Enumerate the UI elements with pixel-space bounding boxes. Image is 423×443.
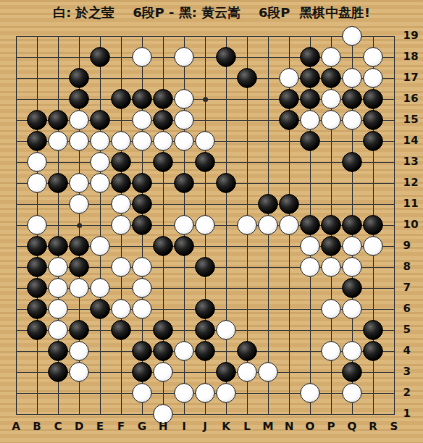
black-stone xyxy=(90,299,110,319)
white-stone xyxy=(258,362,278,382)
col-label-B: B xyxy=(27,420,47,433)
black-stone xyxy=(132,215,152,235)
black-stone xyxy=(27,257,47,277)
black-stone xyxy=(27,236,47,256)
white-stone xyxy=(342,26,362,46)
col-label-O: O xyxy=(300,420,320,433)
row-label-1: 1 xyxy=(399,407,421,420)
black-stone xyxy=(132,362,152,382)
white-stone xyxy=(342,68,362,88)
white-stone xyxy=(153,131,173,151)
white-stone xyxy=(69,110,89,130)
white-stone xyxy=(27,173,47,193)
black-stone xyxy=(300,47,320,67)
white-stone xyxy=(174,383,194,403)
white-stone xyxy=(174,89,194,109)
white-stone xyxy=(174,341,194,361)
row-label-19: 19 xyxy=(399,29,421,42)
white-stone xyxy=(132,278,152,298)
white-stone xyxy=(342,299,362,319)
black-stone xyxy=(363,131,383,151)
black-stone xyxy=(195,320,215,340)
white-stone xyxy=(132,257,152,277)
white-stone xyxy=(174,110,194,130)
row-label-10: 10 xyxy=(399,218,421,231)
col-label-K: K xyxy=(216,420,236,433)
white-stone xyxy=(279,215,299,235)
white-stone xyxy=(342,341,362,361)
black-stone xyxy=(153,341,173,361)
black-stone xyxy=(363,215,383,235)
white-stone xyxy=(69,341,89,361)
row-label-8: 8 xyxy=(399,260,421,273)
black-stone xyxy=(363,320,383,340)
white-stone xyxy=(279,68,299,88)
black-stone xyxy=(237,68,257,88)
white-stone xyxy=(321,47,341,67)
black-stone xyxy=(27,320,47,340)
black-stone xyxy=(321,215,341,235)
white-stone xyxy=(258,215,278,235)
col-label-D: D xyxy=(69,420,89,433)
black-stone xyxy=(279,194,299,214)
black-stone xyxy=(279,89,299,109)
col-label-E: E xyxy=(90,420,110,433)
black-stone xyxy=(111,320,131,340)
black-stone xyxy=(111,89,131,109)
black-stone xyxy=(27,299,47,319)
black-stone xyxy=(48,341,68,361)
black-stone xyxy=(216,362,236,382)
black-stone xyxy=(279,110,299,130)
col-label-I: I xyxy=(174,420,194,433)
white-stone xyxy=(69,278,89,298)
white-stone xyxy=(48,257,68,277)
white-stone xyxy=(363,47,383,67)
black-stone xyxy=(363,110,383,130)
go-board-grid[interactable] xyxy=(16,36,395,415)
row-label-12: 12 xyxy=(399,176,421,189)
white-stone xyxy=(216,320,236,340)
white-stone xyxy=(111,299,131,319)
white-stone xyxy=(237,215,257,235)
white-stone xyxy=(27,215,47,235)
black-stone xyxy=(132,173,152,193)
white-stone xyxy=(69,194,89,214)
black-stone xyxy=(321,236,341,256)
black-stone xyxy=(342,362,362,382)
white-stone xyxy=(90,278,110,298)
black-stone xyxy=(69,320,89,340)
black-stone xyxy=(363,89,383,109)
white-stone xyxy=(321,110,341,130)
row-label-9: 9 xyxy=(399,239,421,252)
white-stone xyxy=(342,257,362,277)
white-stone xyxy=(237,362,257,382)
white-stone xyxy=(48,320,68,340)
col-label-Q: Q xyxy=(342,420,362,433)
black-stone xyxy=(195,299,215,319)
row-label-2: 2 xyxy=(399,386,421,399)
black-stone xyxy=(342,215,362,235)
white-stone xyxy=(153,362,173,382)
white-stone xyxy=(321,257,341,277)
row-label-3: 3 xyxy=(399,365,421,378)
white-stone xyxy=(69,131,89,151)
black-stone xyxy=(48,110,68,130)
black-stone xyxy=(69,89,89,109)
black-stone xyxy=(27,278,47,298)
white-stone xyxy=(195,383,215,403)
black-stone xyxy=(90,47,110,67)
black-stone xyxy=(195,152,215,172)
row-label-5: 5 xyxy=(399,323,421,336)
white-stone xyxy=(321,341,341,361)
col-label-L: L xyxy=(237,420,257,433)
white-stone xyxy=(195,215,215,235)
black-stone xyxy=(27,110,47,130)
white-stone xyxy=(48,131,68,151)
black-stone xyxy=(342,152,362,172)
row-label-6: 6 xyxy=(399,302,421,315)
black-stone xyxy=(90,110,110,130)
white-stone xyxy=(132,383,152,403)
white-stone xyxy=(132,110,152,130)
black-stone xyxy=(132,194,152,214)
row-label-11: 11 xyxy=(399,197,421,210)
col-label-A: A xyxy=(6,420,26,433)
black-stone xyxy=(153,152,173,172)
white-stone xyxy=(90,236,110,256)
black-stone xyxy=(258,194,278,214)
white-stone xyxy=(342,110,362,130)
white-stone xyxy=(174,131,194,151)
white-stone xyxy=(174,47,194,67)
white-stone xyxy=(300,110,320,130)
black-stone xyxy=(342,278,362,298)
white-stone xyxy=(342,236,362,256)
white-stone xyxy=(90,152,110,172)
white-stone xyxy=(48,299,68,319)
star-point xyxy=(77,223,82,228)
row-label-13: 13 xyxy=(399,155,421,168)
black-stone xyxy=(69,68,89,88)
black-stone xyxy=(321,68,341,88)
white-stone xyxy=(111,131,131,151)
black-stone xyxy=(111,152,131,172)
row-label-14: 14 xyxy=(399,134,421,147)
white-stone xyxy=(90,173,110,193)
black-stone xyxy=(153,89,173,109)
white-stone xyxy=(174,215,194,235)
row-label-7: 7 xyxy=(399,281,421,294)
black-stone xyxy=(237,341,257,361)
black-stone xyxy=(195,257,215,277)
white-stone xyxy=(363,68,383,88)
col-label-P: P xyxy=(321,420,341,433)
row-label-15: 15 xyxy=(399,113,421,126)
black-stone xyxy=(111,173,131,193)
white-stone xyxy=(216,383,236,403)
col-label-J: J xyxy=(195,420,215,433)
black-stone xyxy=(300,89,320,109)
white-stone xyxy=(132,131,152,151)
white-stone xyxy=(321,89,341,109)
col-label-R: R xyxy=(363,420,383,433)
black-stone xyxy=(300,131,320,151)
black-stone xyxy=(27,131,47,151)
white-stone xyxy=(69,173,89,193)
black-stone xyxy=(153,320,173,340)
black-stone xyxy=(174,236,194,256)
black-stone xyxy=(195,341,215,361)
white-stone xyxy=(321,299,341,319)
star-point xyxy=(203,97,208,102)
game-info-header: 白: 於之莹 6段P - 黑: 黄云嵩 6段P 黑棋中盘胜! xyxy=(0,4,423,24)
white-stone xyxy=(111,194,131,214)
col-label-G: G xyxy=(132,420,152,433)
black-stone xyxy=(363,341,383,361)
col-label-F: F xyxy=(111,420,131,433)
black-stone xyxy=(300,215,320,235)
white-stone xyxy=(48,278,68,298)
white-stone xyxy=(132,299,152,319)
white-stone xyxy=(111,215,131,235)
white-stone xyxy=(300,257,320,277)
black-stone xyxy=(153,110,173,130)
white-stone xyxy=(300,383,320,403)
black-stone xyxy=(342,89,362,109)
white-stone xyxy=(27,152,47,172)
white-stone xyxy=(300,236,320,256)
white-stone xyxy=(195,131,215,151)
black-stone xyxy=(300,68,320,88)
white-stone xyxy=(90,131,110,151)
row-label-17: 17 xyxy=(399,71,421,84)
white-stone xyxy=(69,362,89,382)
black-stone xyxy=(48,236,68,256)
black-stone xyxy=(69,257,89,277)
black-stone xyxy=(153,236,173,256)
col-label-M: M xyxy=(258,420,278,433)
white-stone xyxy=(132,47,152,67)
col-label-C: C xyxy=(48,420,68,433)
black-stone xyxy=(48,362,68,382)
black-stone xyxy=(132,341,152,361)
col-label-N: N xyxy=(279,420,299,433)
black-stone xyxy=(69,236,89,256)
row-label-18: 18 xyxy=(399,50,421,63)
black-stone xyxy=(216,47,236,67)
black-stone xyxy=(132,89,152,109)
black-stone xyxy=(174,173,194,193)
white-stone xyxy=(363,236,383,256)
black-stone xyxy=(48,173,68,193)
white-stone xyxy=(342,383,362,403)
black-stone xyxy=(216,173,236,193)
white-stone xyxy=(111,257,131,277)
go-app: { "game": "go", "header": { "white_playe… xyxy=(0,0,423,443)
col-label-H: H xyxy=(153,420,173,433)
row-label-4: 4 xyxy=(399,344,421,357)
col-label-S: S xyxy=(384,420,404,433)
row-label-16: 16 xyxy=(399,92,421,105)
